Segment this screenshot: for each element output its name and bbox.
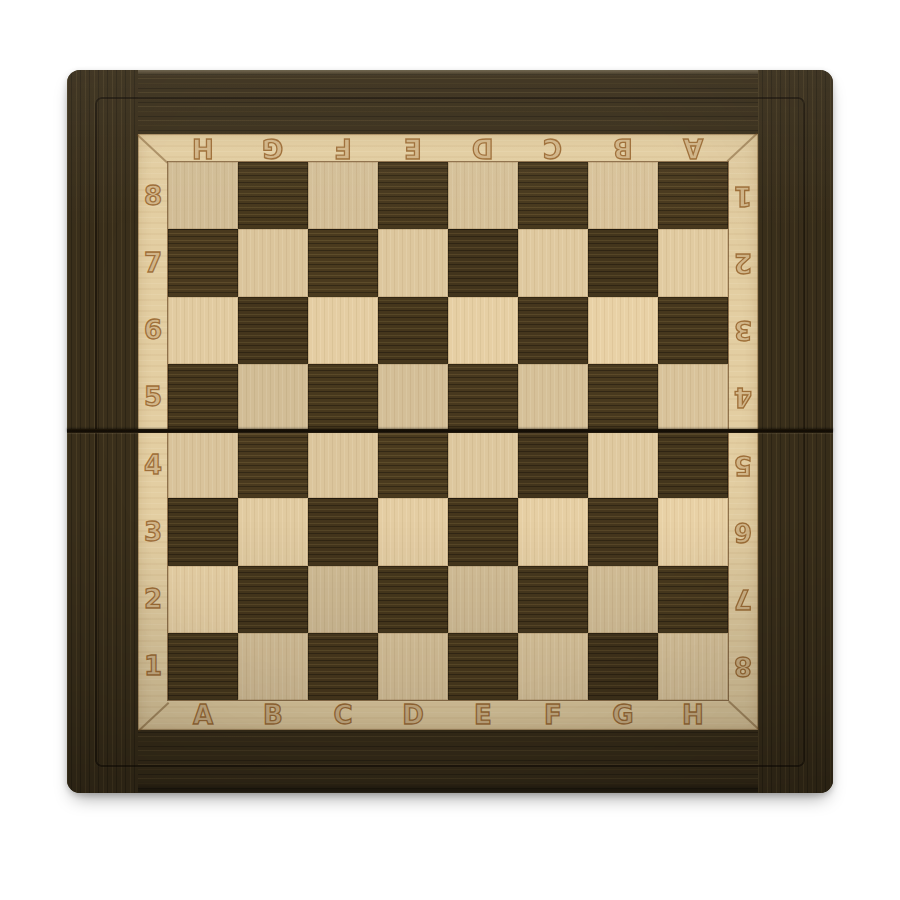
square-b1[interactable] [238,633,308,700]
file-label-cell-b: B [238,700,308,730]
rank-label-7: 7 [144,250,162,276]
trim-miter-joint [727,133,758,162]
square-c5[interactable] [308,364,378,431]
rank-label-3: 3 [144,519,162,545]
file-label-cell-a: A [168,700,238,730]
rank-label-cell-4: 4 [728,364,758,431]
square-d1[interactable] [378,633,448,700]
rank-label-cell-8: 8 [138,162,168,229]
square-f8[interactable] [518,162,588,229]
file-label-cell-a: A [658,134,728,162]
square-a3[interactable] [168,498,238,565]
rank-label-cell-1: 1 [138,633,168,700]
square-a6[interactable] [168,297,238,364]
square-c7[interactable] [308,229,378,296]
square-c6[interactable] [308,297,378,364]
square-b2[interactable] [238,566,308,633]
trim-miter-joint [138,702,169,731]
square-c1[interactable] [308,633,378,700]
square-b7[interactable] [238,229,308,296]
rank-label-4: 4 [734,384,752,410]
rank-label-cell-3: 3 [138,498,168,565]
square-d3[interactable] [378,498,448,565]
square-a7[interactable] [168,229,238,296]
square-g8[interactable] [588,162,658,229]
square-d5[interactable] [378,364,448,431]
square-a5[interactable] [168,364,238,431]
file-label-c: C [543,135,562,161]
square-c2[interactable] [308,566,378,633]
square-e5[interactable] [448,364,518,431]
trim-miter-joint [137,134,168,163]
file-label-a: A [683,135,703,161]
square-c3[interactable] [308,498,378,565]
rank-label-cell-2: 2 [138,566,168,633]
file-label-cell-h: H [658,700,728,730]
rank-label-cell-1: 1 [728,162,758,229]
square-g4[interactable] [588,431,658,498]
file-label-cell-e: E [378,134,448,162]
file-label-cell-f: F [308,134,378,162]
square-h2[interactable] [658,566,728,633]
square-e1[interactable] [448,633,518,700]
rank-label-5: 5 [144,384,162,410]
square-d2[interactable] [378,566,448,633]
square-d6[interactable] [378,297,448,364]
rank-label-cell-8: 8 [728,633,758,700]
rank-label-cell-7: 7 [728,566,758,633]
file-label-c: C [333,702,352,728]
square-f2[interactable] [518,566,588,633]
rank-label-2: 2 [734,250,752,276]
square-g3[interactable] [588,498,658,565]
rank-label-cell-2: 2 [728,229,758,296]
square-a8[interactable] [168,162,238,229]
square-b5[interactable] [238,364,308,431]
square-g2[interactable] [588,566,658,633]
chess-board: HGFEDCBA ABCDEFGH 87654321 12345678 [67,70,833,793]
file-label-f: F [544,702,562,728]
file-label-cell-f: F [518,700,588,730]
square-g5[interactable] [588,364,658,431]
square-b3[interactable] [238,498,308,565]
rank-label-cell-3: 3 [728,297,758,364]
rank-label-3: 3 [734,317,752,343]
square-c4[interactable] [308,431,378,498]
square-g7[interactable] [588,229,658,296]
file-label-cell-g: G [588,700,658,730]
square-g6[interactable] [588,297,658,364]
file-label-cell-d: D [448,134,518,162]
file-label-e: E [474,702,492,728]
file-label-f: F [334,135,352,161]
file-label-cell-c: C [518,134,588,162]
square-e6[interactable] [448,297,518,364]
file-label-cell-h: H [168,134,238,162]
file-label-b: B [263,702,283,728]
photo-background: HGFEDCBA ABCDEFGH 87654321 12345678 [0,0,900,900]
square-b8[interactable] [238,162,308,229]
square-a1[interactable] [168,633,238,700]
file-label-g: G [262,135,283,161]
square-c8[interactable] [308,162,378,229]
square-a4[interactable] [168,431,238,498]
file-labels-top: HGFEDCBA [168,134,728,162]
square-f6[interactable] [518,297,588,364]
square-h4[interactable] [658,431,728,498]
square-e3[interactable] [448,498,518,565]
rank-label-6: 6 [734,519,752,545]
square-f5[interactable] [518,364,588,431]
file-label-d: D [402,702,424,728]
square-e7[interactable] [448,229,518,296]
rank-label-8: 8 [144,183,162,209]
rank-label-cell-5: 5 [728,431,758,498]
square-f3[interactable] [518,498,588,565]
square-f7[interactable] [518,229,588,296]
file-labels-bottom: ABCDEFGH [168,700,728,730]
square-h1[interactable] [658,633,728,700]
square-d7[interactable] [378,229,448,296]
rank-label-8: 8 [734,653,752,679]
square-g1[interactable] [588,633,658,700]
square-h6[interactable] [658,297,728,364]
rank-label-cell-6: 6 [728,498,758,565]
file-label-b: B [613,135,633,161]
rank-label-1: 1 [144,653,162,679]
square-b6[interactable] [238,297,308,364]
square-d4[interactable] [378,431,448,498]
rank-label-cell-6: 6 [138,297,168,364]
trim-miter-joint [728,701,759,730]
file-label-cell-b: B [588,134,658,162]
square-e8[interactable] [448,162,518,229]
square-h7[interactable] [658,229,728,296]
file-label-d: D [472,135,494,161]
file-label-g: G [612,702,633,728]
rank-label-cell-4: 4 [138,431,168,498]
square-h3[interactable] [658,498,728,565]
square-e2[interactable] [448,566,518,633]
file-label-e: E [404,135,422,161]
square-h8[interactable] [658,162,728,229]
square-a2[interactable] [168,566,238,633]
file-label-h: H [682,702,704,728]
rank-label-2: 2 [144,586,162,612]
square-f1[interactable] [518,633,588,700]
file-label-cell-e: E [448,700,518,730]
square-h5[interactable] [658,364,728,431]
file-label-cell-c: C [308,700,378,730]
rank-label-cell-5: 5 [138,364,168,431]
square-e4[interactable] [448,431,518,498]
file-label-cell-g: G [238,134,308,162]
square-f4[interactable] [518,431,588,498]
file-label-a: A [193,702,213,728]
rank-label-1: 1 [734,183,752,209]
file-label-cell-d: D [378,700,448,730]
rank-label-5: 5 [734,452,752,478]
square-d8[interactable] [378,162,448,229]
rank-label-cell-7: 7 [138,229,168,296]
rank-label-4: 4 [144,452,162,478]
file-label-h: H [192,135,214,161]
rank-label-7: 7 [734,586,752,612]
rank-label-6: 6 [144,317,162,343]
hinge-seam [67,429,833,433]
square-b4[interactable] [238,431,308,498]
